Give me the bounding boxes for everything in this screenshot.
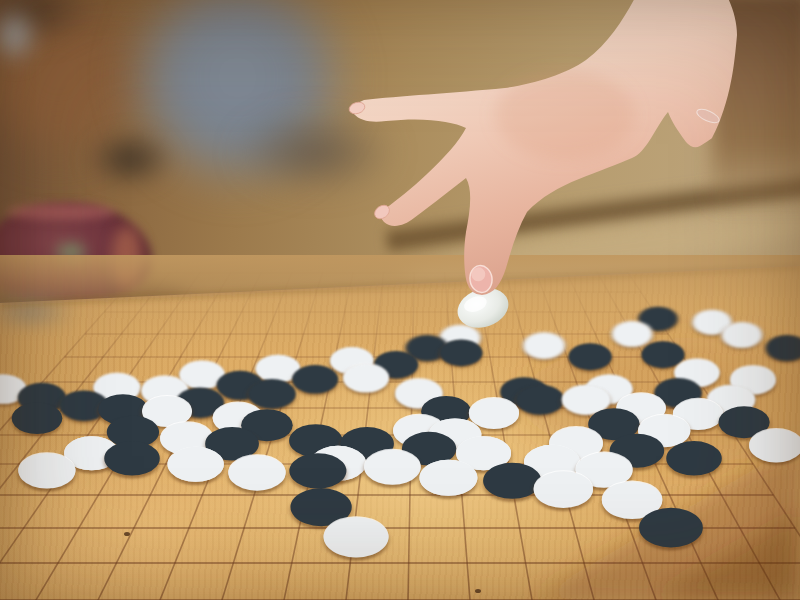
go-stone-white: ● — [61, 428, 124, 473]
go-stone-white: ● — [719, 316, 766, 349]
go-stone-black: ● — [201, 418, 262, 462]
go-stone-white: ● — [164, 438, 228, 484]
go-stone-white: ● — [319, 506, 393, 559]
board-speck — [124, 532, 130, 536]
go-stone-white: ● — [176, 354, 228, 391]
go-stone-white: ● — [209, 394, 267, 435]
go-stone-white: ● — [453, 428, 516, 473]
go-stone-black: ● — [14, 375, 69, 414]
go-stone-black: ● — [715, 398, 774, 440]
go-stone-black: ● — [237, 401, 296, 443]
go-stone-white: ● — [389, 406, 449, 448]
go-stone-black: ● — [635, 498, 708, 550]
go-stone-black: ● — [285, 445, 350, 491]
go-stone-white: ● — [634, 406, 694, 448]
go-stone-black: ● — [512, 377, 568, 417]
go-stone-black: ● — [651, 371, 706, 410]
go-stone-black: ● — [371, 343, 422, 379]
go-stone-white: ● — [90, 366, 144, 404]
go-stone-black: ● — [336, 418, 397, 462]
go-stone-white: ● — [224, 446, 289, 492]
go-stone-black: ● — [285, 415, 346, 458]
go-stone-white: ● — [613, 385, 670, 425]
go-stone-white: ● — [609, 315, 656, 348]
go-stone-black: ● — [403, 328, 452, 362]
go-stone-black: ● — [585, 400, 644, 442]
go-stone-black: ● — [606, 425, 668, 469]
go-stone-black: ● — [286, 478, 356, 528]
go-stone-black: ● — [95, 386, 152, 426]
go-stone-white: ● — [14, 445, 79, 491]
go-stone-black: ● — [100, 432, 164, 477]
go-stone-white: ● — [582, 367, 636, 405]
go-stone-white: ● — [520, 326, 568, 360]
go-stone-white: ● — [425, 410, 485, 453]
go-stone-white: ● — [689, 304, 734, 336]
go-stone-white: ● — [529, 462, 597, 510]
go-stone-black: ● — [479, 453, 546, 500]
go-stone-white: ● — [671, 352, 723, 389]
go-stone-white: ● — [745, 420, 800, 464]
go-stone-black: ● — [56, 382, 112, 422]
go-stone-black: ● — [636, 301, 681, 333]
go-stone-white: ● — [340, 356, 393, 393]
go-stone-black: ● — [565, 337, 615, 372]
go-stone-black: ● — [763, 328, 800, 362]
go-stone-black: ● — [398, 423, 460, 467]
go-stone-white: ● — [597, 471, 666, 520]
go-stone-white: ● — [465, 390, 522, 431]
go-stone-white: ● — [252, 348, 303, 385]
go-stone-white: ● — [545, 418, 606, 462]
go-stone-white: ● — [138, 388, 195, 429]
go-stone-black: ● — [436, 333, 485, 368]
go-stone-black: ● — [417, 388, 474, 429]
go-stone-white: ● — [415, 451, 481, 498]
go-stone-black: ● — [289, 357, 342, 394]
go-scene-photo: ●●●●●●●●●●●●●●●●●●●●●●●●●●●●●●●●●●●●●●●●… — [0, 0, 800, 600]
go-stone-white: ● — [520, 436, 584, 482]
go-stone-white: ● — [306, 437, 370, 483]
stones-layer: ●●●●●●●●●●●●●●●●●●●●●●●●●●●●●●●●●●●●●●●●… — [0, 0, 800, 600]
go-stone-black: ● — [245, 372, 300, 411]
go-stone-white: ● — [360, 440, 425, 486]
go-stone-white: ● — [327, 340, 377, 376]
board-speck — [475, 589, 481, 593]
go-stone-black: ● — [172, 379, 228, 419]
go-stone-white: ● — [0, 367, 30, 405]
go-stone-white: ● — [703, 377, 759, 417]
go-stone-black: ● — [662, 432, 726, 477]
go-stone-black: ● — [497, 370, 552, 409]
go-stone-white: ● — [558, 377, 614, 417]
go-stone-white: ● — [392, 372, 447, 411]
go-stone-white: ● — [669, 391, 727, 432]
go-stone-white: ● — [727, 358, 780, 396]
go-stone-black: ● — [8, 394, 66, 435]
go-stone-white: ● — [571, 444, 636, 490]
go-stone-white: ● — [436, 319, 483, 353]
go-stone-black: ● — [213, 363, 267, 401]
go-stone-black: ● — [103, 407, 163, 450]
go-stone-white: ● — [157, 413, 218, 456]
go-stone-white: ● — [138, 369, 192, 408]
go-stone-black: ● — [638, 335, 687, 370]
